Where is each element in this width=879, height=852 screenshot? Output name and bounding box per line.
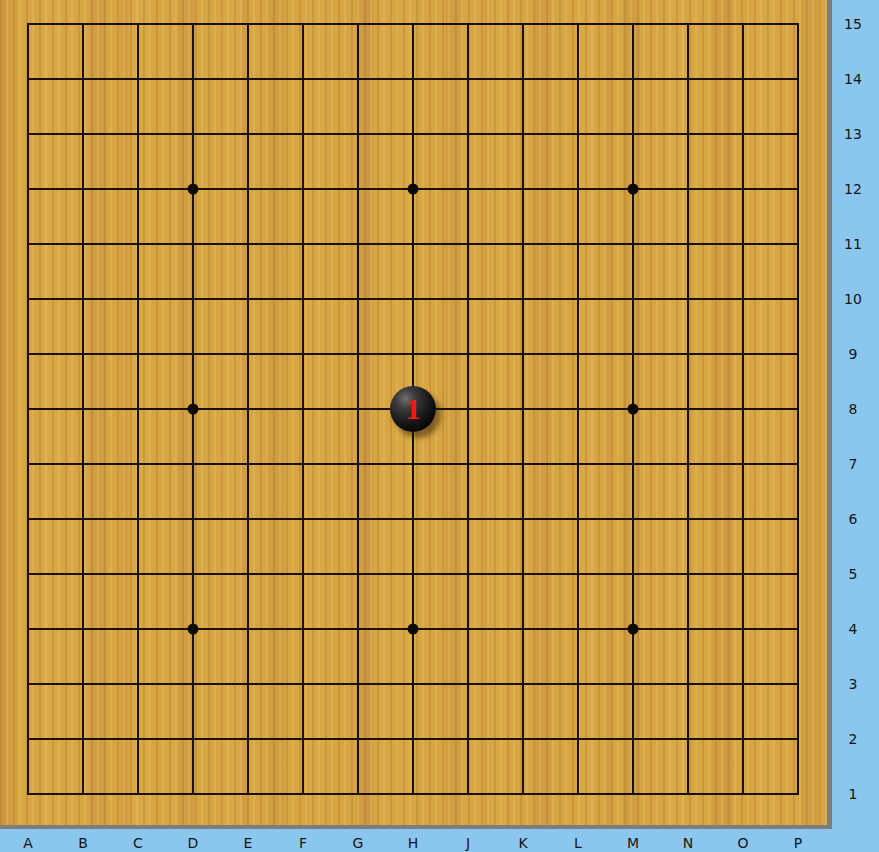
column-label-g: G bbox=[353, 835, 364, 851]
intersection-b2[interactable] bbox=[56, 712, 111, 767]
intersection-n13[interactable] bbox=[661, 107, 716, 162]
column-label-c: C bbox=[133, 835, 143, 851]
intersection-p3[interactable] bbox=[771, 657, 826, 712]
intersection-l1[interactable] bbox=[551, 767, 606, 822]
intersection-e7[interactable] bbox=[221, 437, 276, 492]
intersection-j11[interactable] bbox=[441, 217, 496, 272]
intersection-p2[interactable] bbox=[771, 712, 826, 767]
column-label-n: N bbox=[683, 835, 693, 851]
intersection-m15[interactable] bbox=[606, 0, 661, 52]
row-label-15: 15 bbox=[844, 16, 862, 32]
intersection-m2[interactable] bbox=[606, 712, 661, 767]
intersection-n11[interactable] bbox=[661, 217, 716, 272]
intersection-j1[interactable] bbox=[441, 767, 496, 822]
intersection-j2[interactable] bbox=[441, 712, 496, 767]
star-point-h12 bbox=[408, 184, 419, 195]
intersection-a7[interactable] bbox=[1, 437, 56, 492]
intersection-d7[interactable] bbox=[166, 437, 221, 492]
intersection-d14[interactable] bbox=[166, 52, 221, 107]
intersection-o1[interactable] bbox=[716, 767, 771, 822]
column-label-d: D bbox=[188, 835, 199, 851]
intersection-l7[interactable] bbox=[551, 437, 606, 492]
intersection-o6[interactable] bbox=[716, 492, 771, 547]
intersection-c13[interactable] bbox=[111, 107, 166, 162]
intersection-g3[interactable] bbox=[331, 657, 386, 712]
star-point-m4 bbox=[628, 624, 639, 635]
intersection-o8[interactable] bbox=[716, 382, 771, 437]
intersection-b7[interactable] bbox=[56, 437, 111, 492]
column-label-j: J bbox=[466, 835, 470, 851]
intersection-f1[interactable] bbox=[276, 767, 331, 822]
intersection-d13[interactable] bbox=[166, 107, 221, 162]
intersection-p15[interactable] bbox=[771, 0, 826, 52]
intersection-e5[interactable] bbox=[221, 547, 276, 602]
intersection-f11[interactable] bbox=[276, 217, 331, 272]
gomoku-screen: 1 ABCDEFGHJKLMNOP 151413121110987654321 bbox=[0, 0, 879, 852]
intersection-g12[interactable] bbox=[331, 162, 386, 217]
column-label-e: E bbox=[244, 835, 253, 851]
intersection-e11[interactable] bbox=[221, 217, 276, 272]
intersection-f15[interactable] bbox=[276, 0, 331, 52]
intersection-j7[interactable] bbox=[441, 437, 496, 492]
intersection-b10[interactable] bbox=[56, 272, 111, 327]
column-label-p: P bbox=[794, 835, 802, 851]
intersection-f12[interactable] bbox=[276, 162, 331, 217]
intersection-j14[interactable] bbox=[441, 52, 496, 107]
intersection-h3[interactable] bbox=[386, 657, 441, 712]
intersection-k9[interactable] bbox=[496, 327, 551, 382]
intersection-d1[interactable] bbox=[166, 767, 221, 822]
intersection-j6[interactable] bbox=[441, 492, 496, 547]
intersection-k10[interactable] bbox=[496, 272, 551, 327]
intersection-g11[interactable] bbox=[331, 217, 386, 272]
intersection-e13[interactable] bbox=[221, 107, 276, 162]
intersection-n9[interactable] bbox=[661, 327, 716, 382]
intersection-p8[interactable] bbox=[771, 382, 826, 437]
intersection-c5[interactable] bbox=[111, 547, 166, 602]
intersection-k3[interactable] bbox=[496, 657, 551, 712]
intersection-o4[interactable] bbox=[716, 602, 771, 657]
intersection-n7[interactable] bbox=[661, 437, 716, 492]
intersection-g5[interactable] bbox=[331, 547, 386, 602]
intersection-a5[interactable] bbox=[1, 547, 56, 602]
intersection-g15[interactable] bbox=[331, 0, 386, 52]
intersection-j5[interactable] bbox=[441, 547, 496, 602]
intersection-l11[interactable] bbox=[551, 217, 606, 272]
intersection-j8[interactable] bbox=[441, 382, 496, 437]
intersection-a13[interactable] bbox=[1, 107, 56, 162]
row-label-8: 8 bbox=[849, 401, 858, 417]
column-label-h: H bbox=[408, 835, 419, 851]
intersection-c7[interactable] bbox=[111, 437, 166, 492]
intersection-h14[interactable] bbox=[386, 52, 441, 107]
intersection-m3[interactable] bbox=[606, 657, 661, 712]
intersection-k11[interactable] bbox=[496, 217, 551, 272]
intersection-g9[interactable] bbox=[331, 327, 386, 382]
intersection-o2[interactable] bbox=[716, 712, 771, 767]
intersection-o15[interactable] bbox=[716, 0, 771, 52]
row-label-4: 4 bbox=[849, 621, 858, 637]
intersection-f10[interactable] bbox=[276, 272, 331, 327]
intersection-d11[interactable] bbox=[166, 217, 221, 272]
intersection-k8[interactable] bbox=[496, 382, 551, 437]
intersection-g14[interactable] bbox=[331, 52, 386, 107]
intersection-c3[interactable] bbox=[111, 657, 166, 712]
intersection-p7[interactable] bbox=[771, 437, 826, 492]
intersection-e9[interactable] bbox=[221, 327, 276, 382]
intersection-j4[interactable] bbox=[441, 602, 496, 657]
intersection-n10[interactable] bbox=[661, 272, 716, 327]
intersection-p5[interactable] bbox=[771, 547, 826, 602]
row-label-14: 14 bbox=[844, 71, 862, 87]
intersection-o3[interactable] bbox=[716, 657, 771, 712]
star-point-d4 bbox=[188, 624, 199, 635]
intersection-b14[interactable] bbox=[56, 52, 111, 107]
intersection-a15[interactable] bbox=[1, 0, 56, 52]
intersection-d2[interactable] bbox=[166, 712, 221, 767]
intersection-p14[interactable] bbox=[771, 52, 826, 107]
intersection-p13[interactable] bbox=[771, 107, 826, 162]
intersection-d15[interactable] bbox=[166, 0, 221, 52]
intersection-b5[interactable] bbox=[56, 547, 111, 602]
star-point-m8 bbox=[628, 404, 639, 415]
intersection-h10[interactable] bbox=[386, 272, 441, 327]
intersection-n8[interactable] bbox=[661, 382, 716, 437]
intersection-n5[interactable] bbox=[661, 547, 716, 602]
intersection-p6[interactable] bbox=[771, 492, 826, 547]
intersection-f14[interactable] bbox=[276, 52, 331, 107]
intersection-a6[interactable] bbox=[1, 492, 56, 547]
intersection-l3[interactable] bbox=[551, 657, 606, 712]
intersection-l9[interactable] bbox=[551, 327, 606, 382]
intersection-a4[interactable] bbox=[1, 602, 56, 657]
intersection-c15[interactable] bbox=[111, 0, 166, 52]
intersection-e15[interactable] bbox=[221, 0, 276, 52]
intersection-n2[interactable] bbox=[661, 712, 716, 767]
intersection-g6[interactable] bbox=[331, 492, 386, 547]
star-point-m12 bbox=[628, 184, 639, 195]
row-label-9: 9 bbox=[849, 346, 858, 362]
intersection-k12[interactable] bbox=[496, 162, 551, 217]
intersection-n1[interactable] bbox=[661, 767, 716, 822]
intersection-e2[interactable] bbox=[221, 712, 276, 767]
intersection-b11[interactable] bbox=[56, 217, 111, 272]
intersection-c9[interactable] bbox=[111, 327, 166, 382]
intersection-l4[interactable] bbox=[551, 602, 606, 657]
intersection-l8[interactable] bbox=[551, 382, 606, 437]
intersection-j13[interactable] bbox=[441, 107, 496, 162]
intersection-m14[interactable] bbox=[606, 52, 661, 107]
black-stone-h8: 1 bbox=[390, 386, 436, 432]
row-label-6: 6 bbox=[849, 511, 858, 527]
row-label-11: 11 bbox=[844, 236, 862, 252]
column-label-b: B bbox=[78, 835, 88, 851]
intersection-h13[interactable] bbox=[386, 107, 441, 162]
intersection-a9[interactable] bbox=[1, 327, 56, 382]
intersection-o12[interactable] bbox=[716, 162, 771, 217]
intersection-h2[interactable] bbox=[386, 712, 441, 767]
intersection-n14[interactable] bbox=[661, 52, 716, 107]
intersection-b1[interactable] bbox=[56, 767, 111, 822]
intersection-f8[interactable] bbox=[276, 382, 331, 437]
intersection-m11[interactable] bbox=[606, 217, 661, 272]
column-label-k: K bbox=[518, 835, 527, 851]
intersection-b12[interactable] bbox=[56, 162, 111, 217]
intersection-l10[interactable] bbox=[551, 272, 606, 327]
intersection-c10[interactable] bbox=[111, 272, 166, 327]
intersection-k6[interactable] bbox=[496, 492, 551, 547]
intersection-f13[interactable] bbox=[276, 107, 331, 162]
column-label-l: L bbox=[574, 835, 582, 851]
intersection-e4[interactable] bbox=[221, 602, 276, 657]
intersection-n15[interactable] bbox=[661, 0, 716, 52]
intersection-b8[interactable] bbox=[56, 382, 111, 437]
intersection-j9[interactable] bbox=[441, 327, 496, 382]
intersection-g10[interactable] bbox=[331, 272, 386, 327]
intersection-j3[interactable] bbox=[441, 657, 496, 712]
star-point-d8 bbox=[188, 404, 199, 415]
intersection-p4[interactable] bbox=[771, 602, 826, 657]
intersection-n12[interactable] bbox=[661, 162, 716, 217]
intersection-b4[interactable] bbox=[56, 602, 111, 657]
intersection-c4[interactable] bbox=[111, 602, 166, 657]
intersection-l14[interactable] bbox=[551, 52, 606, 107]
intersection-a8[interactable] bbox=[1, 382, 56, 437]
intersection-k5[interactable] bbox=[496, 547, 551, 602]
intersection-m5[interactable] bbox=[606, 547, 661, 602]
game-board: 1 bbox=[0, 0, 832, 829]
intersection-l2[interactable] bbox=[551, 712, 606, 767]
intersection-d6[interactable] bbox=[166, 492, 221, 547]
intersection-a3[interactable] bbox=[1, 657, 56, 712]
intersection-o10[interactable] bbox=[716, 272, 771, 327]
row-label-13: 13 bbox=[844, 126, 862, 142]
intersection-k13[interactable] bbox=[496, 107, 551, 162]
intersection-m13[interactable] bbox=[606, 107, 661, 162]
intersection-f5[interactable] bbox=[276, 547, 331, 602]
intersection-f7[interactable] bbox=[276, 437, 331, 492]
intersection-m7[interactable] bbox=[606, 437, 661, 492]
intersection-b6[interactable] bbox=[56, 492, 111, 547]
intersection-k14[interactable] bbox=[496, 52, 551, 107]
intersection-j15[interactable] bbox=[441, 0, 496, 52]
intersection-e14[interactable] bbox=[221, 52, 276, 107]
intersection-f4[interactable] bbox=[276, 602, 331, 657]
intersection-c12[interactable] bbox=[111, 162, 166, 217]
intersection-h7[interactable] bbox=[386, 437, 441, 492]
intersection-o7[interactable] bbox=[716, 437, 771, 492]
row-label-7: 7 bbox=[849, 456, 858, 472]
intersection-e3[interactable] bbox=[221, 657, 276, 712]
intersection-f9[interactable] bbox=[276, 327, 331, 382]
move-number-label: 1 bbox=[406, 394, 421, 424]
intersection-a14[interactable] bbox=[1, 52, 56, 107]
intersection-l13[interactable] bbox=[551, 107, 606, 162]
intersection-h15[interactable] bbox=[386, 0, 441, 52]
intersection-a11[interactable] bbox=[1, 217, 56, 272]
intersection-b13[interactable] bbox=[56, 107, 111, 162]
intersection-g13[interactable] bbox=[331, 107, 386, 162]
intersection-p10[interactable] bbox=[771, 272, 826, 327]
intersection-p11[interactable] bbox=[771, 217, 826, 272]
intersection-o11[interactable] bbox=[716, 217, 771, 272]
row-label-3: 3 bbox=[849, 676, 858, 692]
intersection-g2[interactable] bbox=[331, 712, 386, 767]
intersection-n4[interactable] bbox=[661, 602, 716, 657]
intersection-a1[interactable] bbox=[1, 767, 56, 822]
intersection-e10[interactable] bbox=[221, 272, 276, 327]
intersection-f6[interactable] bbox=[276, 492, 331, 547]
intersection-g1[interactable] bbox=[331, 767, 386, 822]
intersection-p9[interactable] bbox=[771, 327, 826, 382]
intersection-n6[interactable] bbox=[661, 492, 716, 547]
intersection-n3[interactable] bbox=[661, 657, 716, 712]
row-label-5: 5 bbox=[849, 566, 858, 582]
row-label-2: 2 bbox=[849, 731, 858, 747]
intersection-b3[interactable] bbox=[56, 657, 111, 712]
intersection-c11[interactable] bbox=[111, 217, 166, 272]
column-label-o: O bbox=[737, 835, 748, 851]
intersection-j10[interactable] bbox=[441, 272, 496, 327]
intersection-m10[interactable] bbox=[606, 272, 661, 327]
intersection-d10[interactable] bbox=[166, 272, 221, 327]
intersection-p1[interactable] bbox=[771, 767, 826, 822]
intersection-e8[interactable] bbox=[221, 382, 276, 437]
intersection-c14[interactable] bbox=[111, 52, 166, 107]
intersection-a2[interactable] bbox=[1, 712, 56, 767]
intersection-g8[interactable] bbox=[331, 382, 386, 437]
intersection-g4[interactable] bbox=[331, 602, 386, 657]
intersection-l5[interactable] bbox=[551, 547, 606, 602]
row-label-1: 1 bbox=[849, 786, 858, 802]
column-label-m: M bbox=[627, 835, 639, 851]
row-label-10: 10 bbox=[844, 291, 862, 307]
intersection-b9[interactable] bbox=[56, 327, 111, 382]
intersection-p12[interactable] bbox=[771, 162, 826, 217]
intersection-a12[interactable] bbox=[1, 162, 56, 217]
intersection-k7[interactable] bbox=[496, 437, 551, 492]
intersection-g7[interactable] bbox=[331, 437, 386, 492]
intersection-o13[interactable] bbox=[716, 107, 771, 162]
star-point-d12 bbox=[188, 184, 199, 195]
intersection-c6[interactable] bbox=[111, 492, 166, 547]
intersection-a10[interactable] bbox=[1, 272, 56, 327]
intersection-h9[interactable] bbox=[386, 327, 441, 382]
intersection-o5[interactable] bbox=[716, 547, 771, 602]
intersection-l12[interactable] bbox=[551, 162, 606, 217]
star-point-h4 bbox=[408, 624, 419, 635]
intersection-e1[interactable] bbox=[221, 767, 276, 822]
intersection-h6[interactable] bbox=[386, 492, 441, 547]
intersection-b15[interactable] bbox=[56, 0, 111, 52]
intersection-k15[interactable] bbox=[496, 0, 551, 52]
intersection-l6[interactable] bbox=[551, 492, 606, 547]
intersection-d9[interactable] bbox=[166, 327, 221, 382]
intersection-c8[interactable] bbox=[111, 382, 166, 437]
intersection-k2[interactable] bbox=[496, 712, 551, 767]
intersection-h5[interactable] bbox=[386, 547, 441, 602]
intersection-k1[interactable] bbox=[496, 767, 551, 822]
intersection-l15[interactable] bbox=[551, 0, 606, 52]
intersection-m1[interactable] bbox=[606, 767, 661, 822]
intersection-c2[interactable] bbox=[111, 712, 166, 767]
column-label-f: F bbox=[299, 835, 307, 851]
column-label-a: A bbox=[23, 835, 33, 851]
intersection-o9[interactable] bbox=[716, 327, 771, 382]
intersection-c1[interactable] bbox=[111, 767, 166, 822]
intersection-m9[interactable] bbox=[606, 327, 661, 382]
intersection-d5[interactable] bbox=[166, 547, 221, 602]
intersection-f3[interactable] bbox=[276, 657, 331, 712]
intersection-e6[interactable] bbox=[221, 492, 276, 547]
intersection-j12[interactable] bbox=[441, 162, 496, 217]
intersection-e12[interactable] bbox=[221, 162, 276, 217]
intersection-h11[interactable] bbox=[386, 217, 441, 272]
intersection-d3[interactable] bbox=[166, 657, 221, 712]
intersection-f2[interactable] bbox=[276, 712, 331, 767]
intersection-m6[interactable] bbox=[606, 492, 661, 547]
intersection-o14[interactable] bbox=[716, 52, 771, 107]
row-label-12: 12 bbox=[844, 181, 862, 197]
intersection-h1[interactable] bbox=[386, 767, 441, 822]
intersection-k4[interactable] bbox=[496, 602, 551, 657]
